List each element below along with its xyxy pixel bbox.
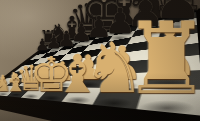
- pieces-layer: ♜♞♝♛♚♝♞♜♟♟♟♟♟♟♟♟♟♟♟♟♟♟♟♟♜♞♝♛♚♝♞♜: [0, 0, 200, 121]
- chess-set-photo: ♜♞♝♛♚♝♞♜♟♟♟♟♟♟♟♟♟♟♟♟♟♟♟♟♜♞♝♛♚♝♞♜: [0, 0, 200, 121]
- piece-white-rook: ♜: [122, 9, 200, 108]
